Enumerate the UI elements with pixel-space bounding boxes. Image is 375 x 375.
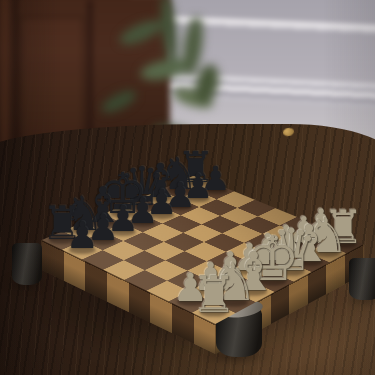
pieces-layer: ♜♞♝♛♚♝♞♜♟♟♟♟♟♟♟♟♟♟♟♟♟♟♟♟♜♞♝♛♚♝♞♜ — [0, 0, 375, 375]
piece-black-pawn-h7[interactable]: ♟ — [66, 218, 99, 255]
scene: ♜♞♝♛♚♝♞♜♟♟♟♟♟♟♟♟♟♟♟♟♟♟♟♟♜♞♝♛♚♝♞♜ — [0, 0, 375, 375]
piece-white-rook-h1[interactable]: ♜ — [191, 269, 236, 320]
